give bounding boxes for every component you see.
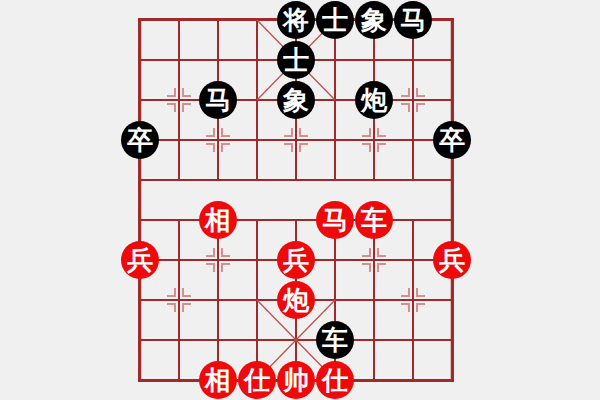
red-cannon[interactable]: 炮 [277, 281, 315, 319]
red-elephant[interactable]: 相 [199, 201, 237, 239]
black-cannon[interactable]: 炮 [355, 81, 393, 119]
black-elephant[interactable]: 象 [277, 81, 315, 119]
black-horse[interactable]: 马 [199, 81, 237, 119]
black-horse[interactable]: 马 [394, 1, 432, 39]
black-advisor[interactable]: 士 [277, 41, 315, 79]
black-soldier[interactable]: 卒 [121, 121, 159, 159]
pieces-layer: 将士象马士马象炮卒卒相马车兵兵兵炮车相仕帅仕 [0, 0, 600, 400]
black-advisor[interactable]: 士 [316, 1, 354, 39]
black-elephant[interactable]: 象 [355, 1, 393, 39]
red-elephant[interactable]: 相 [199, 361, 237, 399]
black-chariot[interactable]: 车 [316, 321, 354, 359]
xiangqi-board: 将士象马士马象炮卒卒相马车兵兵兵炮车相仕帅仕 [0, 0, 600, 400]
red-advisor[interactable]: 仕 [316, 361, 354, 399]
red-horse[interactable]: 马 [316, 201, 354, 239]
red-chariot[interactable]: 车 [355, 201, 393, 239]
black-general[interactable]: 将 [277, 1, 315, 39]
red-soldier[interactable]: 兵 [277, 241, 315, 279]
red-general[interactable]: 帅 [277, 361, 315, 399]
red-soldier[interactable]: 兵 [433, 241, 471, 279]
black-soldier[interactable]: 卒 [433, 121, 471, 159]
red-advisor[interactable]: 仕 [238, 361, 276, 399]
red-soldier[interactable]: 兵 [121, 241, 159, 279]
